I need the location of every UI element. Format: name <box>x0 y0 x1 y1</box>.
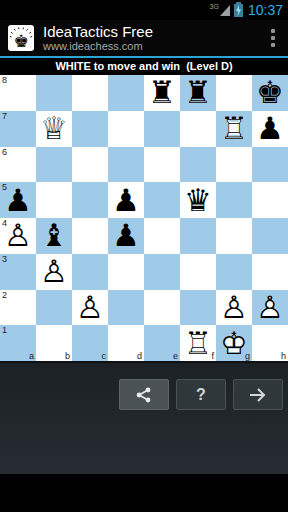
rank-label-8: 8 <box>2 75 7 85</box>
square-b3[interactable]: ♟♙ <box>36 254 72 290</box>
square-f2[interactable] <box>180 290 216 326</box>
square-a6[interactable]: 6 <box>0 147 36 183</box>
title-block: IdeaTactics Free www.ideachess.com <box>43 24 153 52</box>
file-label-a: a <box>29 351 34 361</box>
piece-black-rook: ♜ <box>144 75 180 111</box>
piece-black-rook: ♜ <box>180 75 216 111</box>
square-a1[interactable]: 1a <box>0 325 36 361</box>
share-icon <box>135 386 153 404</box>
piece-white-rook: ♖ <box>180 325 216 361</box>
square-c7[interactable] <box>72 111 108 147</box>
piece-white-rook: ♖ <box>216 111 252 147</box>
square-b8[interactable] <box>36 75 72 111</box>
square-c4[interactable] <box>72 218 108 254</box>
square-h1[interactable]: h <box>252 325 288 361</box>
arrow-right-icon <box>248 387 268 403</box>
app-subtitle: www.ideachess.com <box>43 41 153 52</box>
piece-black-bishop: ♝ <box>36 218 72 254</box>
square-a2[interactable]: 2 <box>0 290 36 326</box>
square-e2[interactable] <box>144 290 180 326</box>
square-f5[interactable]: ♕♛ <box>180 182 216 218</box>
square-b7[interactable]: ♛♕ <box>36 111 72 147</box>
square-g3[interactable] <box>216 254 252 290</box>
square-g8[interactable] <box>216 75 252 111</box>
square-c2[interactable]: ♟♙ <box>72 290 108 326</box>
square-h2[interactable]: ♟♙ <box>252 290 288 326</box>
piece-white-king: ♔ <box>216 325 252 361</box>
phone-screen: 3G 10:37 ♚ IdeaTactics Free www.ideaches… <box>0 0 288 512</box>
square-g7[interactable]: ♜♖ <box>216 111 252 147</box>
chess-board: 8♖♜♖♜♔♚7♛♕♜♖♙♟65♙♟♙♟♕♛4♟♙♗♝♙♟3♟♙2♟♙♟♙♟♙1… <box>0 75 288 361</box>
square-h4[interactable] <box>252 218 288 254</box>
status-bar: 3G 10:37 <box>0 0 288 20</box>
square-d8[interactable] <box>108 75 144 111</box>
piece-black-queen: ♛ <box>180 182 216 218</box>
piece-black-pawn: ♟ <box>0 182 36 218</box>
square-b6[interactable] <box>36 147 72 183</box>
square-g4[interactable] <box>216 218 252 254</box>
square-a7[interactable]: 7 <box>0 111 36 147</box>
square-c6[interactable] <box>72 147 108 183</box>
square-g2[interactable]: ♟♙ <box>216 290 252 326</box>
square-a4[interactable]: 4♟♙ <box>0 218 36 254</box>
piece-white-pawn: ♙ <box>252 290 288 326</box>
square-h6[interactable] <box>252 147 288 183</box>
hint-label: ? <box>196 386 206 404</box>
hint-button[interactable]: ? <box>176 379 226 410</box>
square-d4[interactable]: ♙♟ <box>108 218 144 254</box>
toolbar-area: ? <box>0 363 288 474</box>
square-c3[interactable] <box>72 254 108 290</box>
square-b2[interactable] <box>36 290 72 326</box>
square-g5[interactable] <box>216 182 252 218</box>
signal-strength-icon <box>220 5 230 16</box>
puzzle-banner: WHITE to move and win (Level D) <box>0 58 288 75</box>
rank-label-3: 3 <box>2 254 7 264</box>
action-bar: ♚ IdeaTactics Free www.ideachess.com <box>0 20 288 56</box>
svg-text:♚: ♚ <box>13 31 28 51</box>
piece-white-pawn: ♙ <box>0 218 36 254</box>
square-f7[interactable] <box>180 111 216 147</box>
square-f6[interactable] <box>180 147 216 183</box>
file-label-h: h <box>281 351 286 361</box>
square-b1[interactable]: b <box>36 325 72 361</box>
square-h8[interactable]: ♔♚ <box>252 75 288 111</box>
file-label-e: e <box>173 351 178 361</box>
square-b4[interactable]: ♗♝ <box>36 218 72 254</box>
square-d1[interactable]: d <box>108 325 144 361</box>
battery-charging-icon <box>234 4 243 17</box>
piece-white-pawn: ♙ <box>216 290 252 326</box>
square-f1[interactable]: f♜♖ <box>180 325 216 361</box>
square-f3[interactable] <box>180 254 216 290</box>
rank-label-7: 7 <box>2 111 7 121</box>
rank-label-2: 2 <box>2 290 7 300</box>
piece-white-pawn: ♙ <box>72 290 108 326</box>
rank-label-1: 1 <box>2 325 7 335</box>
square-e1[interactable]: e <box>144 325 180 361</box>
square-h5[interactable] <box>252 182 288 218</box>
app-title: IdeaTactics Free <box>43 24 153 39</box>
square-a5[interactable]: 5♙♟ <box>0 182 36 218</box>
square-e7[interactable] <box>144 111 180 147</box>
square-d6[interactable] <box>108 147 144 183</box>
square-f8[interactable]: ♖♜ <box>180 75 216 111</box>
square-e5[interactable] <box>144 182 180 218</box>
square-c1[interactable]: c <box>72 325 108 361</box>
square-b5[interactable] <box>36 182 72 218</box>
square-c8[interactable] <box>72 75 108 111</box>
rank-label-6: 6 <box>2 147 7 157</box>
piece-white-pawn: ♙ <box>36 254 72 290</box>
square-e3[interactable] <box>144 254 180 290</box>
square-f4[interactable] <box>180 218 216 254</box>
square-h7[interactable]: ♙♟ <box>252 111 288 147</box>
android-nav-bar <box>0 474 288 512</box>
square-e6[interactable] <box>144 147 180 183</box>
next-puzzle-button[interactable] <box>233 379 283 410</box>
network-type-label: 3G <box>210 3 219 10</box>
piece-black-pawn: ♟ <box>108 218 144 254</box>
square-d7[interactable] <box>108 111 144 147</box>
status-clock: 10:37 <box>248 2 283 18</box>
square-e8[interactable]: ♖♜ <box>144 75 180 111</box>
app-logo-icon: ♚ <box>8 25 34 51</box>
piece-black-pawn: ♟ <box>252 111 288 147</box>
square-a3[interactable]: 3 <box>0 254 36 290</box>
piece-black-king: ♚ <box>252 75 288 111</box>
square-c5[interactable] <box>72 182 108 218</box>
file-label-d: d <box>137 351 142 361</box>
square-g1[interactable]: g♚♔ <box>216 325 252 361</box>
square-a8[interactable]: 8 <box>0 75 36 111</box>
piece-black-pawn: ♟ <box>108 182 144 218</box>
square-d5[interactable]: ♙♟ <box>108 182 144 218</box>
square-e4[interactable] <box>144 218 180 254</box>
square-g6[interactable] <box>216 147 252 183</box>
piece-white-queen: ♕ <box>36 111 72 147</box>
toolbar-buttons: ? <box>119 379 283 410</box>
square-d3[interactable] <box>108 254 144 290</box>
overflow-menu-icon[interactable] <box>267 25 279 51</box>
share-button[interactable] <box>119 379 169 410</box>
file-label-c: c <box>102 351 107 361</box>
square-h3[interactable] <box>252 254 288 290</box>
square-d2[interactable] <box>108 290 144 326</box>
file-label-b: b <box>65 351 70 361</box>
